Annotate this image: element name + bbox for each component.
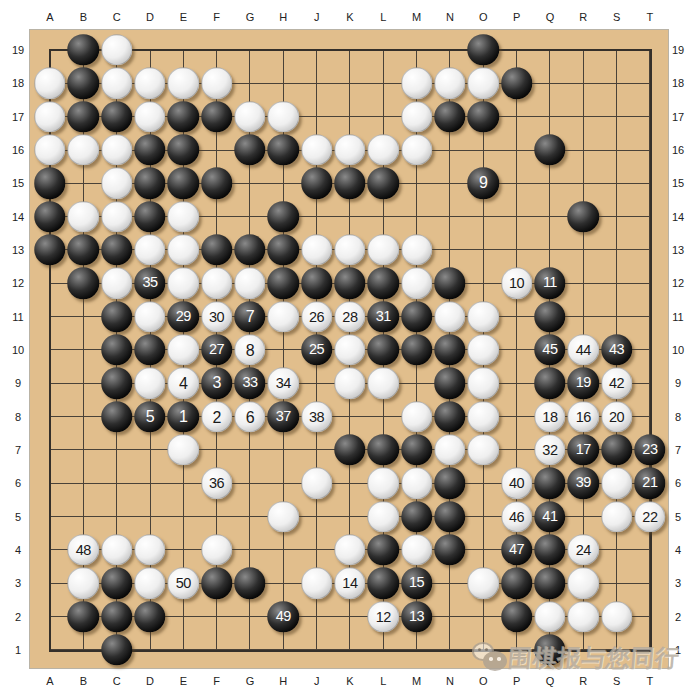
board-intersection[interactable]: 1 (167, 400, 200, 433)
board-intersection[interactable] (300, 67, 333, 100)
board-intersection[interactable] (100, 300, 133, 333)
board-intersection[interactable] (533, 200, 566, 233)
board-intersection[interactable] (367, 100, 400, 133)
board-intersection[interactable] (467, 100, 500, 133)
board-intersection[interactable] (567, 500, 600, 533)
board-intersection[interactable] (567, 633, 600, 666)
board-intersection[interactable] (100, 33, 133, 66)
board-intersection[interactable] (400, 300, 433, 333)
board-intersection[interactable] (433, 500, 466, 533)
board-intersection[interactable] (367, 467, 400, 500)
board-intersection[interactable]: 43 (600, 333, 633, 366)
board-intersection[interactable] (500, 300, 533, 333)
board-intersection[interactable] (333, 600, 366, 633)
board-intersection[interactable] (533, 633, 566, 666)
board-intersection[interactable] (33, 600, 66, 633)
board-intersection[interactable] (433, 67, 466, 100)
board-intersection[interactable] (67, 333, 100, 366)
board-intersection[interactable] (367, 267, 400, 300)
board-intersection[interactable] (267, 100, 300, 133)
board-intersection[interactable] (567, 200, 600, 233)
board-intersection[interactable] (333, 267, 366, 300)
board-intersection[interactable] (133, 200, 166, 233)
board-intersection[interactable] (533, 567, 566, 600)
board-intersection[interactable] (400, 533, 433, 566)
board-intersection[interactable] (333, 633, 366, 666)
board-intersection[interactable] (333, 100, 366, 133)
board-intersection[interactable]: 27 (200, 333, 233, 366)
board-intersection[interactable] (133, 333, 166, 366)
board-intersection[interactable]: 18 (533, 400, 566, 433)
board-intersection[interactable] (533, 533, 566, 566)
board-intersection[interactable] (133, 300, 166, 333)
board-intersection[interactable] (233, 33, 266, 66)
board-intersection[interactable] (467, 567, 500, 600)
board-intersection[interactable]: 12 (367, 600, 400, 633)
board-intersection[interactable]: 20 (600, 400, 633, 433)
board-intersection[interactable]: 35 (133, 267, 166, 300)
board-intersection[interactable] (267, 633, 300, 666)
board-intersection[interactable] (233, 467, 266, 500)
board-intersection[interactable] (67, 633, 100, 666)
board-intersection[interactable] (600, 100, 633, 133)
board-intersection[interactable]: 38 (300, 400, 333, 433)
board-intersection[interactable] (600, 233, 633, 266)
board-intersection[interactable] (433, 333, 466, 366)
board-intersection[interactable] (433, 267, 466, 300)
board-intersection[interactable] (400, 400, 433, 433)
board-intersection[interactable] (600, 67, 633, 100)
board-intersection[interactable] (267, 433, 300, 466)
board-intersection[interactable] (433, 433, 466, 466)
board-intersection[interactable] (133, 367, 166, 400)
board-intersection[interactable] (67, 200, 100, 233)
board-intersection[interactable] (467, 133, 500, 166)
board-intersection[interactable]: 30 (200, 300, 233, 333)
board-intersection[interactable] (533, 100, 566, 133)
board-intersection[interactable]: 31 (367, 300, 400, 333)
board-intersection[interactable] (133, 233, 166, 266)
board-intersection[interactable] (433, 467, 466, 500)
board-intersection[interactable] (233, 633, 266, 666)
board-intersection[interactable] (33, 133, 66, 166)
board-intersection[interactable]: 26 (300, 300, 333, 333)
board-intersection[interactable] (233, 500, 266, 533)
board-intersection[interactable] (633, 67, 666, 100)
board-intersection[interactable] (533, 233, 566, 266)
board-intersection[interactable] (133, 433, 166, 466)
board-intersection[interactable] (267, 467, 300, 500)
board-intersection[interactable] (567, 267, 600, 300)
board-intersection[interactable] (433, 533, 466, 566)
board-intersection[interactable]: 24 (567, 533, 600, 566)
board-intersection[interactable] (67, 500, 100, 533)
board-intersection[interactable] (400, 167, 433, 200)
board-intersection[interactable] (467, 500, 500, 533)
board-intersection[interactable] (433, 600, 466, 633)
board-intersection[interactable] (467, 67, 500, 100)
board-intersection[interactable] (333, 433, 366, 466)
board-intersection[interactable]: 2 (200, 400, 233, 433)
board-intersection[interactable] (633, 567, 666, 600)
board-intersection[interactable] (200, 67, 233, 100)
board-intersection[interactable] (467, 533, 500, 566)
board-intersection[interactable] (500, 433, 533, 466)
board-intersection[interactable] (500, 167, 533, 200)
board-intersection[interactable] (367, 567, 400, 600)
board-intersection[interactable]: 28 (333, 300, 366, 333)
board-intersection[interactable]: 13 (400, 600, 433, 633)
board-intersection[interactable] (33, 567, 66, 600)
board-intersection[interactable] (633, 133, 666, 166)
board-intersection[interactable] (33, 200, 66, 233)
board-intersection[interactable] (133, 33, 166, 66)
board-intersection[interactable] (300, 33, 333, 66)
board-intersection[interactable] (100, 67, 133, 100)
board-intersection[interactable] (633, 533, 666, 566)
board-intersection[interactable] (100, 633, 133, 666)
board-intersection[interactable] (167, 233, 200, 266)
board-intersection[interactable] (533, 467, 566, 500)
board-intersection[interactable] (500, 600, 533, 633)
board-intersection[interactable]: 23 (633, 433, 666, 466)
board-intersection[interactable] (200, 433, 233, 466)
board-intersection[interactable] (300, 467, 333, 500)
board-intersection[interactable] (300, 433, 333, 466)
board-intersection[interactable] (467, 600, 500, 633)
board-intersection[interactable] (267, 567, 300, 600)
board-intersection[interactable] (167, 433, 200, 466)
board-intersection[interactable] (467, 633, 500, 666)
board-intersection[interactable]: 41 (533, 500, 566, 533)
board-intersection[interactable] (467, 333, 500, 366)
board-intersection[interactable] (300, 200, 333, 233)
board-intersection[interactable] (300, 133, 333, 166)
board-intersection[interactable] (67, 33, 100, 66)
board-intersection[interactable] (100, 367, 133, 400)
board-intersection[interactable] (100, 467, 133, 500)
board-intersection[interactable] (600, 633, 633, 666)
board-intersection[interactable] (33, 67, 66, 100)
board-intersection[interactable] (67, 400, 100, 433)
board-intersection[interactable] (233, 133, 266, 166)
board-intersection[interactable] (333, 233, 366, 266)
board-intersection[interactable]: 46 (500, 500, 533, 533)
board-intersection[interactable] (233, 67, 266, 100)
board-intersection[interactable] (433, 367, 466, 400)
board-intersection[interactable] (233, 267, 266, 300)
board-intersection[interactable] (500, 333, 533, 366)
board-intersection[interactable] (233, 200, 266, 233)
board-intersection[interactable] (267, 533, 300, 566)
board-intersection[interactable] (267, 67, 300, 100)
board-intersection[interactable] (333, 400, 366, 433)
board-intersection[interactable]: 3 (200, 367, 233, 400)
board-intersection[interactable]: 42 (600, 367, 633, 400)
board-intersection[interactable] (333, 167, 366, 200)
board-intersection[interactable] (433, 100, 466, 133)
board-intersection[interactable] (300, 167, 333, 200)
board-intersection[interactable] (33, 267, 66, 300)
board-intersection[interactable] (100, 533, 133, 566)
board-intersection[interactable] (600, 600, 633, 633)
board-intersection[interactable]: 11 (533, 267, 566, 300)
board-intersection[interactable]: 7 (233, 300, 266, 333)
board-intersection[interactable] (33, 433, 66, 466)
board-intersection[interactable] (100, 400, 133, 433)
board-intersection[interactable]: 29 (167, 300, 200, 333)
board-intersection[interactable] (567, 67, 600, 100)
board-intersection[interactable] (433, 33, 466, 66)
board-intersection[interactable] (467, 233, 500, 266)
board-intersection[interactable] (633, 600, 666, 633)
board-intersection[interactable] (500, 33, 533, 66)
board-intersection[interactable] (367, 200, 400, 233)
board-intersection[interactable]: 10 (500, 267, 533, 300)
board-intersection[interactable] (400, 500, 433, 533)
board-intersection[interactable] (533, 300, 566, 333)
board-intersection[interactable] (367, 67, 400, 100)
board-intersection[interactable] (133, 600, 166, 633)
board-intersection[interactable] (600, 500, 633, 533)
board-intersection[interactable] (367, 500, 400, 533)
board-intersection[interactable] (567, 167, 600, 200)
board-intersection[interactable] (300, 367, 333, 400)
board-intersection[interactable] (333, 133, 366, 166)
board-intersection[interactable] (400, 67, 433, 100)
board-intersection[interactable] (500, 100, 533, 133)
board-intersection[interactable] (567, 600, 600, 633)
board-intersection[interactable] (567, 33, 600, 66)
board-intersection[interactable]: 17 (567, 433, 600, 466)
board-intersection[interactable] (600, 267, 633, 300)
board-intersection[interactable] (367, 533, 400, 566)
board-intersection[interactable] (600, 300, 633, 333)
board-intersection[interactable] (267, 300, 300, 333)
board-intersection[interactable] (200, 533, 233, 566)
board-intersection[interactable] (400, 333, 433, 366)
board-intersection[interactable] (567, 100, 600, 133)
board-intersection[interactable] (100, 100, 133, 133)
board-intersection[interactable] (533, 367, 566, 400)
board-intersection[interactable] (233, 567, 266, 600)
board-intersection[interactable] (633, 233, 666, 266)
board-intersection[interactable] (200, 167, 233, 200)
board-intersection[interactable] (133, 100, 166, 133)
board-intersection[interactable] (67, 133, 100, 166)
board-intersection[interactable] (300, 233, 333, 266)
board-intersection[interactable] (100, 500, 133, 533)
board-intersection[interactable] (400, 433, 433, 466)
board-intersection[interactable] (433, 567, 466, 600)
board-intersection[interactable] (133, 467, 166, 500)
board-intersection[interactable] (167, 600, 200, 633)
board-intersection[interactable] (367, 367, 400, 400)
board-intersection[interactable] (467, 200, 500, 233)
board-intersection[interactable] (333, 33, 366, 66)
board-intersection[interactable] (200, 100, 233, 133)
board-intersection[interactable] (100, 333, 133, 366)
board-intersection[interactable] (267, 233, 300, 266)
board-intersection[interactable] (467, 467, 500, 500)
board-intersection[interactable] (267, 500, 300, 533)
board-intersection[interactable] (167, 467, 200, 500)
board-intersection[interactable] (167, 133, 200, 166)
board-intersection[interactable] (133, 567, 166, 600)
board-intersection[interactable] (367, 33, 400, 66)
board-intersection[interactable] (33, 300, 66, 333)
board-intersection[interactable] (433, 233, 466, 266)
board-intersection[interactable] (33, 33, 66, 66)
board-intersection[interactable] (333, 367, 366, 400)
board-intersection[interactable] (200, 567, 233, 600)
board-intersection[interactable]: 44 (567, 333, 600, 366)
board-intersection[interactable] (267, 167, 300, 200)
board-intersection[interactable] (567, 133, 600, 166)
board-intersection[interactable] (100, 167, 133, 200)
board-intersection[interactable] (633, 167, 666, 200)
board-intersection[interactable]: 47 (500, 533, 533, 566)
board-intersection[interactable] (433, 167, 466, 200)
board-intersection[interactable] (267, 133, 300, 166)
board-intersection[interactable] (100, 200, 133, 233)
board-intersection[interactable]: 48 (67, 533, 100, 566)
board-intersection[interactable] (633, 100, 666, 133)
board-intersection[interactable] (500, 200, 533, 233)
board-intersection[interactable] (300, 500, 333, 533)
board-intersection[interactable] (633, 200, 666, 233)
board-intersection[interactable] (233, 233, 266, 266)
board-intersection[interactable] (600, 533, 633, 566)
board-intersection[interactable] (67, 567, 100, 600)
board-intersection[interactable] (167, 33, 200, 66)
board-intersection[interactable] (33, 467, 66, 500)
board-intersection[interactable] (633, 33, 666, 66)
board-intersection[interactable] (467, 300, 500, 333)
board-intersection[interactable] (200, 133, 233, 166)
board-intersection[interactable] (633, 633, 666, 666)
board-intersection[interactable]: 49 (267, 600, 300, 633)
board-intersection[interactable] (633, 300, 666, 333)
board-intersection[interactable] (67, 467, 100, 500)
board-intersection[interactable] (467, 267, 500, 300)
board-intersection[interactable] (500, 567, 533, 600)
board-intersection[interactable] (500, 233, 533, 266)
board-intersection[interactable] (400, 233, 433, 266)
board-intersection[interactable] (233, 100, 266, 133)
board-intersection[interactable] (433, 200, 466, 233)
board-intersection[interactable] (367, 167, 400, 200)
board-intersection[interactable] (33, 333, 66, 366)
board-intersection[interactable]: 14 (333, 567, 366, 600)
board-intersection[interactable]: 19 (567, 367, 600, 400)
board-intersection[interactable] (467, 367, 500, 400)
board-intersection[interactable] (333, 467, 366, 500)
board-intersection[interactable]: 32 (533, 433, 566, 466)
board-intersection[interactable] (433, 133, 466, 166)
board-intersection[interactable] (133, 500, 166, 533)
board-intersection[interactable]: 9 (467, 167, 500, 200)
board-intersection[interactable] (600, 167, 633, 200)
board-intersection[interactable] (467, 400, 500, 433)
board-intersection[interactable] (333, 500, 366, 533)
board-intersection[interactable] (533, 67, 566, 100)
board-intersection[interactable] (133, 633, 166, 666)
board-intersection[interactable] (567, 300, 600, 333)
board-intersection[interactable] (400, 467, 433, 500)
board-intersection[interactable]: 25 (300, 333, 333, 366)
board-intersection[interactable] (33, 533, 66, 566)
board-intersection[interactable] (133, 533, 166, 566)
board-intersection[interactable] (167, 333, 200, 366)
board-intersection[interactable] (500, 633, 533, 666)
board-intersection[interactable] (67, 600, 100, 633)
board-intersection[interactable] (233, 433, 266, 466)
board-intersection[interactable] (167, 533, 200, 566)
board-intersection[interactable] (467, 433, 500, 466)
board-intersection[interactable] (367, 400, 400, 433)
board-intersection[interactable]: 36 (200, 467, 233, 500)
board-intersection[interactable] (633, 367, 666, 400)
board-intersection[interactable] (400, 100, 433, 133)
board-intersection[interactable] (100, 600, 133, 633)
board-intersection[interactable] (333, 67, 366, 100)
board-intersection[interactable] (433, 300, 466, 333)
board-intersection[interactable] (33, 167, 66, 200)
board-intersection[interactable] (100, 233, 133, 266)
board-intersection[interactable] (200, 233, 233, 266)
board-intersection[interactable] (67, 233, 100, 266)
board-intersection[interactable] (300, 100, 333, 133)
board-intersection[interactable]: 45 (533, 333, 566, 366)
board-intersection[interactable] (400, 200, 433, 233)
board-intersection[interactable] (367, 333, 400, 366)
board-intersection[interactable] (33, 367, 66, 400)
board-intersection[interactable] (533, 600, 566, 633)
board-intersection[interactable] (33, 500, 66, 533)
board-intersection[interactable] (67, 300, 100, 333)
board-intersection[interactable] (300, 633, 333, 666)
board-intersection[interactable] (500, 400, 533, 433)
board-intersection[interactable] (300, 600, 333, 633)
board-intersection[interactable] (33, 100, 66, 133)
board-intersection[interactable] (333, 333, 366, 366)
board-intersection[interactable] (200, 200, 233, 233)
board-intersection[interactable] (200, 267, 233, 300)
board-intersection[interactable] (167, 167, 200, 200)
board-intersection[interactable]: 34 (267, 367, 300, 400)
board-intersection[interactable]: 37 (267, 400, 300, 433)
board-intersection[interactable] (167, 267, 200, 300)
board-intersection[interactable] (267, 333, 300, 366)
board-intersection[interactable] (167, 633, 200, 666)
board-intersection[interactable] (167, 500, 200, 533)
board-intersection[interactable] (300, 267, 333, 300)
board-intersection[interactable] (600, 567, 633, 600)
board-intersection[interactable] (500, 133, 533, 166)
board-intersection[interactable]: 21 (633, 467, 666, 500)
board-intersection[interactable] (67, 267, 100, 300)
board-intersection[interactable] (433, 400, 466, 433)
board-intersection[interactable]: 16 (567, 400, 600, 433)
board-intersection[interactable] (67, 367, 100, 400)
board-intersection[interactable] (200, 633, 233, 666)
board-intersection[interactable] (400, 633, 433, 666)
board-intersection[interactable] (267, 267, 300, 300)
board-intersection[interactable] (533, 33, 566, 66)
board-intersection[interactable]: 4 (167, 367, 200, 400)
board-intersection[interactable] (600, 33, 633, 66)
